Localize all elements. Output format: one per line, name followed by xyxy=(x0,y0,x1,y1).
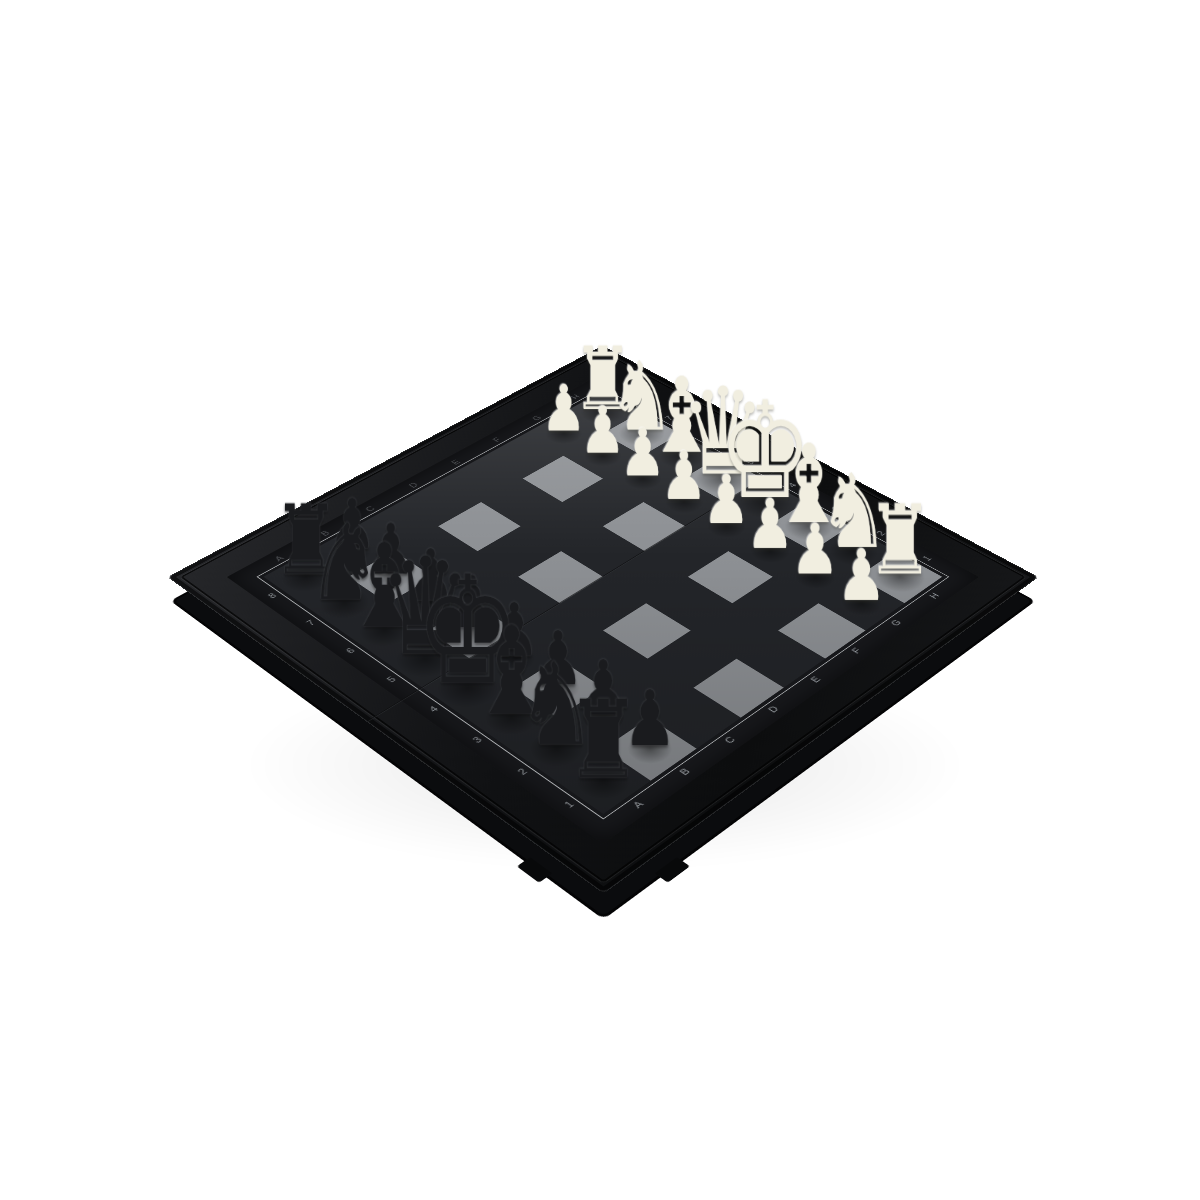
case-foot xyxy=(655,857,690,883)
board-top: ABCDEFGH ABCDEFGH 87654321 87654321 ♜♟♞♟… xyxy=(167,346,1038,894)
chess-board: ABCDEFGH ABCDEFGH 87654321 87654321 ♜♟♞♟… xyxy=(167,346,1038,894)
perspective-wrapper: ABCDEFGH ABCDEFGH 87654321 87654321 ♜♟♞♟… xyxy=(0,0,1200,1200)
product-photo: ABCDEFGH ABCDEFGH 87654321 87654321 ♜♟♞♟… xyxy=(0,0,1200,1200)
case-foot xyxy=(517,857,552,883)
